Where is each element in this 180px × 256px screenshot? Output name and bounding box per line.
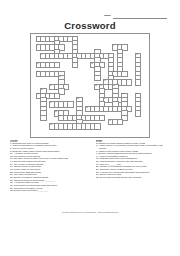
clue-number: 5 — [113, 45, 114, 47]
clue-item: 32. Electric turbo generates ________. — [10, 189, 94, 192]
clue-number: 4 — [37, 45, 38, 47]
clue-number: 31 — [109, 120, 111, 122]
clue-number: 9 — [109, 54, 110, 56]
clue-number: 6 — [118, 45, 119, 47]
across-clues-section: Across 1. Describes the flow of electric… — [10, 139, 94, 256]
clue-number: 19 — [100, 85, 102, 87]
clue-number: 27 — [50, 102, 52, 104]
clue-number: 23 — [122, 93, 124, 95]
grid-cell[interactable] — [55, 94, 60, 98]
clue-number: 16 — [104, 80, 106, 82]
crossword-grid: 1234567891011121314151617181920212223242… — [32, 37, 149, 129]
footer-credit: Created with the help of Wordsheets - ww… — [30, 211, 150, 213]
clue-number: 29 — [55, 111, 57, 113]
clue-number: 21 — [41, 89, 43, 91]
across-list: 1. Describes the flow of electric charge… — [10, 142, 94, 192]
clue-number: 1 — [37, 36, 38, 38]
clue-number: 20 — [113, 85, 115, 87]
clue-item: 25. Device that converts motion into ele… — [96, 176, 170, 179]
clue-number: 7 — [95, 49, 96, 51]
clue-number: 3 — [73, 36, 74, 38]
clue-number: 32 — [50, 124, 52, 126]
page-title: Crossword — [0, 20, 180, 31]
grid-cell[interactable] — [122, 72, 127, 76]
grid-cell[interactable] — [118, 120, 123, 124]
clue-number: 14 — [113, 71, 115, 73]
grid-cell[interactable] — [122, 116, 127, 120]
clue-number: 30 — [59, 115, 61, 117]
grid-cell[interactable] — [64, 85, 69, 89]
clue-number: 2 — [55, 36, 56, 38]
clue-number: 11 — [37, 63, 39, 65]
clue-number: 22 — [37, 93, 39, 95]
clue-number: 25 — [77, 98, 79, 100]
grid-cell[interactable] — [55, 63, 60, 67]
clue-number: 8 — [41, 54, 42, 56]
name-label: Name — [104, 14, 111, 17]
clue-number: 17 — [50, 85, 52, 87]
clue-number: 13 — [37, 71, 39, 73]
grid-cell[interactable] — [127, 107, 132, 111]
grid-cell[interactable] — [59, 89, 64, 93]
grid-cell[interactable] — [122, 45, 127, 49]
name-line[interactable] — [113, 18, 167, 19]
clue-number: 12 — [91, 63, 93, 65]
grid-cell[interactable] — [100, 116, 105, 120]
clue-number: 18 — [95, 85, 97, 87]
grid-cell[interactable] — [95, 76, 100, 80]
down-list: 2. Number of known forms in which energy… — [96, 142, 170, 179]
grid-cell[interactable] — [127, 80, 132, 84]
down-clues-section: Down 2. Number of known forms in which e… — [96, 139, 172, 256]
grid-cell[interactable] — [136, 80, 141, 84]
grid-cell[interactable] — [41, 116, 46, 120]
grid-cell[interactable] — [59, 45, 64, 49]
worksheet-page: Name Crossword 1234567891011121314151617… — [0, 0, 180, 256]
clue-number: 24 — [136, 93, 138, 95]
grid-cell[interactable] — [95, 124, 100, 128]
grid-cell[interactable] — [68, 102, 73, 106]
grid-cell[interactable] — [73, 63, 78, 67]
clue-number: 15 — [59, 76, 61, 78]
grid-cell[interactable] — [136, 111, 141, 115]
crossword-board: 1234567891011121314151617181920212223242… — [30, 33, 150, 138]
grid-cell[interactable] — [100, 63, 105, 67]
clue-number: 28 — [86, 107, 88, 109]
clue-number: 10 — [136, 54, 138, 56]
clue-number: 26 — [104, 98, 106, 100]
